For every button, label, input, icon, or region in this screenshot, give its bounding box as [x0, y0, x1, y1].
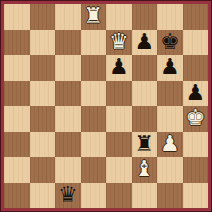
square-h6[interactable] — [183, 55, 209, 81]
square-e5[interactable] — [106, 81, 132, 107]
square-a1[interactable] — [4, 183, 30, 209]
chess-board: ♜♛♟♚♟♟♟♚♜♟♝♛ — [4, 4, 208, 208]
square-f8[interactable] — [132, 4, 158, 30]
square-e4[interactable] — [106, 106, 132, 132]
black-pawn-h5: ♟ — [185, 81, 205, 105]
square-a5[interactable] — [4, 81, 30, 107]
square-d5[interactable] — [81, 81, 107, 107]
square-a8[interactable] — [4, 4, 30, 30]
square-c7[interactable] — [55, 30, 81, 56]
square-c3[interactable] — [55, 132, 81, 158]
square-c8[interactable] — [55, 4, 81, 30]
square-h8[interactable] — [183, 4, 209, 30]
square-f2[interactable]: ♝ — [132, 157, 158, 183]
white-queen-e7: ♛ — [109, 30, 129, 54]
square-f6[interactable] — [132, 55, 158, 81]
board-frame: ♜♛♟♚♟♟♟♚♜♟♝♛ — [0, 0, 212, 212]
square-g8[interactable] — [157, 4, 183, 30]
black-pawn-g6: ♟ — [160, 55, 180, 79]
square-a2[interactable] — [4, 157, 30, 183]
square-e1[interactable] — [106, 183, 132, 209]
square-b5[interactable] — [30, 81, 56, 107]
square-h4[interactable]: ♚ — [183, 106, 209, 132]
square-d4[interactable] — [81, 106, 107, 132]
square-a3[interactable] — [4, 132, 30, 158]
black-pawn-f7: ♟ — [134, 30, 154, 54]
black-rook-f3: ♜ — [134, 132, 154, 156]
square-e2[interactable] — [106, 157, 132, 183]
square-f4[interactable] — [132, 106, 158, 132]
square-h3[interactable] — [183, 132, 209, 158]
white-rook-d8: ♜ — [83, 4, 103, 28]
square-e3[interactable] — [106, 132, 132, 158]
square-g6[interactable]: ♟ — [157, 55, 183, 81]
square-d1[interactable] — [81, 183, 107, 209]
square-g1[interactable] — [157, 183, 183, 209]
black-queen-c1: ♛ — [58, 183, 78, 207]
black-king-g7: ♚ — [160, 30, 180, 54]
square-a4[interactable] — [4, 106, 30, 132]
square-g7[interactable]: ♚ — [157, 30, 183, 56]
square-c4[interactable] — [55, 106, 81, 132]
square-b4[interactable] — [30, 106, 56, 132]
square-g2[interactable] — [157, 157, 183, 183]
white-bishop-f2: ♝ — [134, 157, 154, 181]
square-c6[interactable] — [55, 55, 81, 81]
white-king-h4: ♚ — [185, 106, 205, 130]
black-pawn-e6: ♟ — [109, 55, 129, 79]
square-h1[interactable] — [183, 183, 209, 209]
square-b7[interactable] — [30, 30, 56, 56]
square-e6[interactable]: ♟ — [106, 55, 132, 81]
square-c5[interactable] — [55, 81, 81, 107]
square-b2[interactable] — [30, 157, 56, 183]
square-f7[interactable]: ♟ — [132, 30, 158, 56]
square-b8[interactable] — [30, 4, 56, 30]
square-d8[interactable]: ♜ — [81, 4, 107, 30]
square-h7[interactable] — [183, 30, 209, 56]
square-e7[interactable]: ♛ — [106, 30, 132, 56]
square-d6[interactable] — [81, 55, 107, 81]
square-b3[interactable] — [30, 132, 56, 158]
square-a7[interactable] — [4, 30, 30, 56]
square-d3[interactable] — [81, 132, 107, 158]
square-c2[interactable] — [55, 157, 81, 183]
square-d2[interactable] — [81, 157, 107, 183]
square-h5[interactable]: ♟ — [183, 81, 209, 107]
square-a6[interactable] — [4, 55, 30, 81]
square-d7[interactable] — [81, 30, 107, 56]
square-g4[interactable] — [157, 106, 183, 132]
square-g5[interactable] — [157, 81, 183, 107]
square-g3[interactable]: ♟ — [157, 132, 183, 158]
square-f5[interactable] — [132, 81, 158, 107]
square-f1[interactable] — [132, 183, 158, 209]
white-pawn-g3: ♟ — [160, 132, 180, 156]
square-c1[interactable]: ♛ — [55, 183, 81, 209]
square-b6[interactable] — [30, 55, 56, 81]
square-h2[interactable] — [183, 157, 209, 183]
square-b1[interactable] — [30, 183, 56, 209]
square-e8[interactable] — [106, 4, 132, 30]
square-f3[interactable]: ♜ — [132, 132, 158, 158]
